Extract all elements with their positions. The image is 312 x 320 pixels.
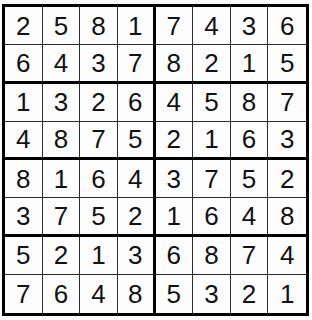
sudoku-cell-r5c4[interactable]: 4 bbox=[118, 160, 156, 198]
sudoku-cell-r3c1[interactable]: 1 bbox=[5, 84, 43, 122]
sudoku-cell-r8c2[interactable]: 6 bbox=[43, 275, 81, 313]
sudoku-cell-r5c7[interactable]: 5 bbox=[231, 160, 269, 198]
sudoku-cell-r2c1[interactable]: 6 bbox=[5, 45, 43, 83]
sudoku-cell-r8c3[interactable]: 4 bbox=[80, 275, 118, 313]
sudoku-cell-r7c8[interactable]: 4 bbox=[268, 237, 306, 275]
sudoku-cell-r3c5[interactable]: 4 bbox=[156, 84, 194, 122]
sudoku-cell-r7c1[interactable]: 5 bbox=[5, 237, 43, 275]
sudoku-cell-r7c2[interactable]: 2 bbox=[43, 237, 81, 275]
sudoku-cell-r4c1[interactable]: 4 bbox=[5, 122, 43, 160]
sudoku-cell-r2c5[interactable]: 8 bbox=[156, 45, 194, 83]
sudoku-cell-r6c8[interactable]: 8 bbox=[268, 198, 306, 236]
sudoku-cell-r4c2[interactable]: 8 bbox=[43, 122, 81, 160]
sudoku-cell-r1c5[interactable]: 7 bbox=[156, 7, 194, 45]
sudoku-cell-r7c3[interactable]: 1 bbox=[80, 237, 118, 275]
sudoku-cell-r1c7[interactable]: 3 bbox=[231, 7, 269, 45]
sudoku-cell-r2c4[interactable]: 7 bbox=[118, 45, 156, 83]
sudoku-cell-r8c1[interactable]: 7 bbox=[5, 275, 43, 313]
sudoku-cell-r6c3[interactable]: 5 bbox=[80, 198, 118, 236]
sudoku-cell-r7c5[interactable]: 6 bbox=[156, 237, 194, 275]
sudoku-cell-r6c1[interactable]: 3 bbox=[5, 198, 43, 236]
sudoku-cell-r8c7[interactable]: 2 bbox=[231, 275, 269, 313]
sudoku-cell-r1c8[interactable]: 6 bbox=[268, 7, 306, 45]
sudoku-cell-r3c2[interactable]: 3 bbox=[43, 84, 81, 122]
sudoku-cell-r2c7[interactable]: 1 bbox=[231, 45, 269, 83]
sudoku-cell-r3c4[interactable]: 6 bbox=[118, 84, 156, 122]
sudoku-cell-r4c8[interactable]: 3 bbox=[268, 122, 306, 160]
sudoku-cell-r7c7[interactable]: 7 bbox=[231, 237, 269, 275]
sudoku-cell-r8c8[interactable]: 1 bbox=[268, 275, 306, 313]
sudoku-cell-r6c4[interactable]: 2 bbox=[118, 198, 156, 236]
sudoku-cell-r1c3[interactable]: 8 bbox=[80, 7, 118, 45]
sudoku-cell-r8c6[interactable]: 3 bbox=[193, 275, 231, 313]
sudoku-cell-r3c8[interactable]: 7 bbox=[268, 84, 306, 122]
sudoku-cell-r6c2[interactable]: 7 bbox=[43, 198, 81, 236]
sudoku-cell-r2c6[interactable]: 2 bbox=[193, 45, 231, 83]
sudoku-cell-r3c6[interactable]: 5 bbox=[193, 84, 231, 122]
sudoku-cell-r1c1[interactable]: 2 bbox=[5, 7, 43, 45]
sudoku-cell-r6c7[interactable]: 4 bbox=[231, 198, 269, 236]
sudoku-cell-r3c7[interactable]: 8 bbox=[231, 84, 269, 122]
sudoku-cell-r4c4[interactable]: 5 bbox=[118, 122, 156, 160]
sudoku-cell-r1c6[interactable]: 4 bbox=[193, 7, 231, 45]
sudoku-cell-r8c4[interactable]: 8 bbox=[118, 275, 156, 313]
sudoku-cell-r1c2[interactable]: 5 bbox=[43, 7, 81, 45]
sudoku-cell-r2c8[interactable]: 5 bbox=[268, 45, 306, 83]
sudoku-cell-r5c3[interactable]: 6 bbox=[80, 160, 118, 198]
sudoku-board: 2581743664378215132645874875216381643752… bbox=[2, 4, 309, 316]
sudoku-cell-r8c5[interactable]: 5 bbox=[156, 275, 194, 313]
sudoku-cell-r7c4[interactable]: 3 bbox=[118, 237, 156, 275]
sudoku-cell-r6c6[interactable]: 6 bbox=[193, 198, 231, 236]
sudoku-cell-r3c3[interactable]: 2 bbox=[80, 84, 118, 122]
sudoku-cell-r5c1[interactable]: 8 bbox=[5, 160, 43, 198]
sudoku-cell-r2c2[interactable]: 4 bbox=[43, 45, 81, 83]
sudoku-cell-r4c3[interactable]: 7 bbox=[80, 122, 118, 160]
sudoku-cell-r7c6[interactable]: 8 bbox=[193, 237, 231, 275]
sudoku-cell-r5c2[interactable]: 1 bbox=[43, 160, 81, 198]
sudoku-cell-r4c6[interactable]: 1 bbox=[193, 122, 231, 160]
sudoku-cell-r4c5[interactable]: 2 bbox=[156, 122, 194, 160]
sudoku-cell-r4c7[interactable]: 6 bbox=[231, 122, 269, 160]
sudoku-cell-r6c5[interactable]: 1 bbox=[156, 198, 194, 236]
sudoku-cell-r5c6[interactable]: 7 bbox=[193, 160, 231, 198]
sudoku-cell-r5c5[interactable]: 3 bbox=[156, 160, 194, 198]
sudoku-cell-r2c3[interactable]: 3 bbox=[80, 45, 118, 83]
sudoku-cell-r5c8[interactable]: 2 bbox=[268, 160, 306, 198]
sudoku-cell-r1c4[interactable]: 1 bbox=[118, 7, 156, 45]
